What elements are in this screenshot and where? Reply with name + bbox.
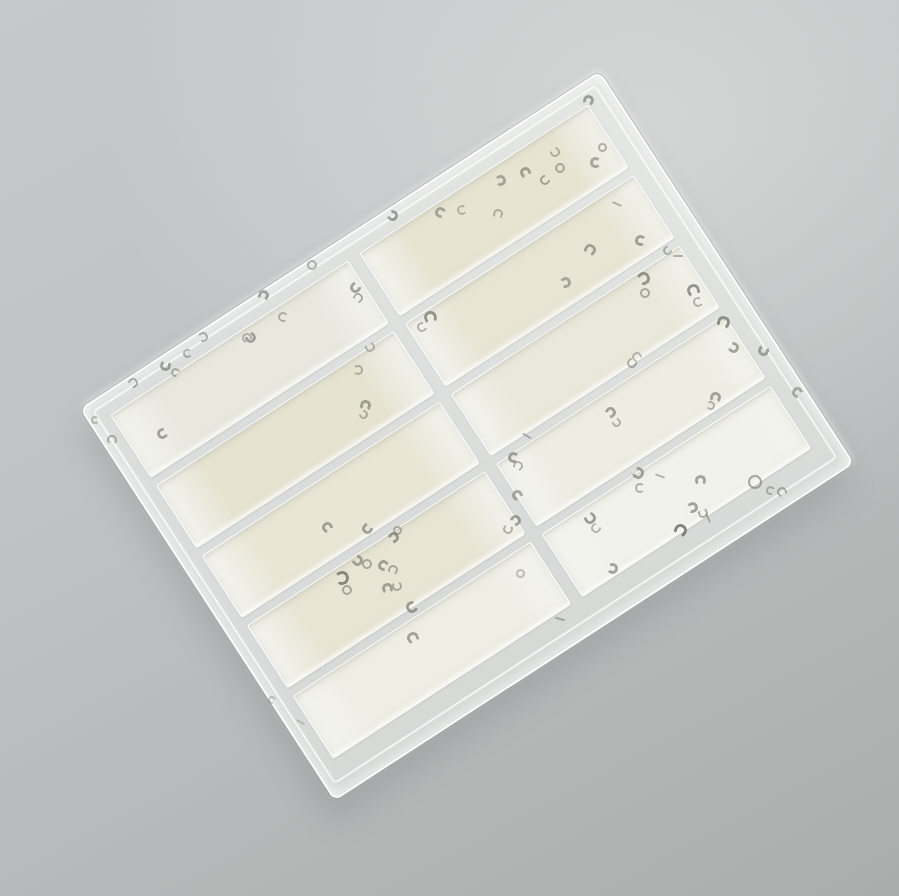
background-surface (0, 0, 899, 896)
plastic-parts-tray (80, 71, 855, 801)
compartment-grid (110, 105, 811, 759)
